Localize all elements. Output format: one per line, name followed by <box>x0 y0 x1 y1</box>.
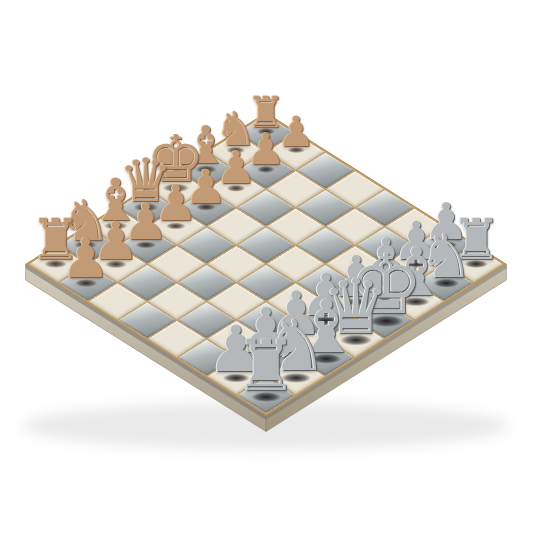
chess-set-photo: ♜♞♟♝♟♚♟♛♟♝♟♞♟♟♜♟♟♜♟♟♞♟♝♟♚♟♛♟♝♟♞♜ <box>0 0 533 533</box>
